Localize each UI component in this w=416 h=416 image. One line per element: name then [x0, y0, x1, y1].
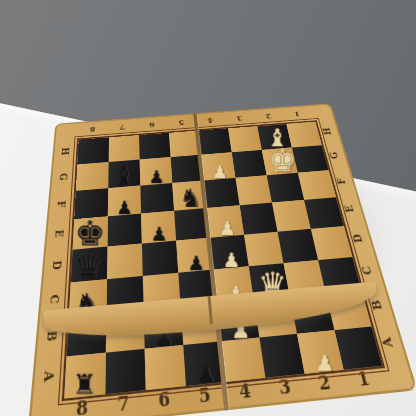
white-pawn-d4: ♟ [223, 250, 241, 270]
photo-canvas: { "game": "chess", "scene": { "descripti… [0, 0, 416, 416]
square-e2 [272, 200, 311, 232]
square-f5: ♞ [172, 180, 207, 210]
black-rook-a8: ♜ [72, 371, 97, 399]
square-d4: ♟ [210, 235, 249, 270]
chess-board: 87654321 87654321 ABCDEFGH ABCDEFGH ♝♝♟♟… [30, 105, 414, 416]
black-pawn-e6: ♟ [151, 225, 168, 244]
square-d8: ♛ [71, 247, 108, 283]
black-pawn-d5: ♟ [187, 253, 205, 273]
black-pawn-f7: ♟ [116, 198, 133, 217]
white-pawn-e4: ♟ [219, 219, 236, 238]
square-a2: ♟ [297, 330, 344, 374]
far-label-5: 5 [166, 115, 196, 131]
square-d3 [244, 232, 284, 267]
black-king-e8: ♚ [74, 215, 105, 250]
square-d7 [107, 244, 143, 280]
square-g6: ♟ [140, 157, 173, 185]
square-g5 [171, 155, 204, 183]
square-a8: ♜ [64, 353, 106, 399]
square-g8 [76, 162, 109, 191]
right-label-F: F [323, 172, 359, 190]
far-label-8: 8 [77, 121, 107, 137]
square-e8: ♚ [73, 216, 108, 249]
square-a1 [334, 327, 382, 370]
left-label-H: H [49, 143, 81, 160]
square-g3 [232, 150, 267, 178]
right-label-G: G [317, 147, 351, 164]
square-h3 [228, 126, 262, 152]
square-f3 [235, 175, 271, 205]
far-label-4: 4 [195, 113, 226, 128]
square-d6 [142, 241, 178, 276]
black-knight-f5: ♞ [179, 186, 202, 211]
square-d2 [278, 229, 319, 263]
front-hinge-seam [207, 296, 212, 324]
square-e6: ♟ [141, 211, 176, 244]
square-h8 [77, 137, 109, 164]
left-label-F: F [44, 195, 78, 214]
far-label-7: 7 [107, 119, 137, 135]
square-h6 [139, 133, 170, 160]
square-e3 [240, 203, 278, 235]
square-h7 [109, 135, 140, 162]
square-e7 [107, 214, 142, 247]
black-queen-d8: ♛ [75, 251, 103, 283]
near-label-1: 1 [341, 364, 387, 395]
square-f6 [140, 183, 174, 214]
square-f4 [204, 178, 240, 208]
square-g4: ♟ [201, 152, 235, 180]
black-pawn-g6: ♟ [148, 168, 164, 186]
square-f7: ♟ [108, 186, 141, 217]
black-bishop-g7: ♝ [113, 163, 136, 188]
square-e4: ♟ [207, 205, 244, 237]
square-h4 [199, 128, 232, 154]
right-label-H: H [310, 123, 343, 139]
left-label-G: G [47, 168, 80, 186]
square-a4 [221, 338, 265, 382]
square-g2: ♚ [262, 148, 298, 176]
white-king-g2: ♚ [268, 144, 296, 176]
far-label-3: 3 [224, 110, 255, 125]
far-label-1: 1 [281, 106, 313, 121]
white-pawn-a2: ♟ [315, 352, 335, 374]
square-a7 [105, 349, 146, 394]
white-pawn-g4: ♟ [212, 163, 228, 181]
square-a6 [145, 345, 186, 390]
black-pawn-a5: ♟ [196, 364, 216, 386]
far-label-2: 2 [253, 108, 285, 123]
square-g7: ♝ [108, 160, 140, 189]
far-label-6: 6 [137, 117, 167, 133]
right-label-E: E [331, 199, 368, 219]
